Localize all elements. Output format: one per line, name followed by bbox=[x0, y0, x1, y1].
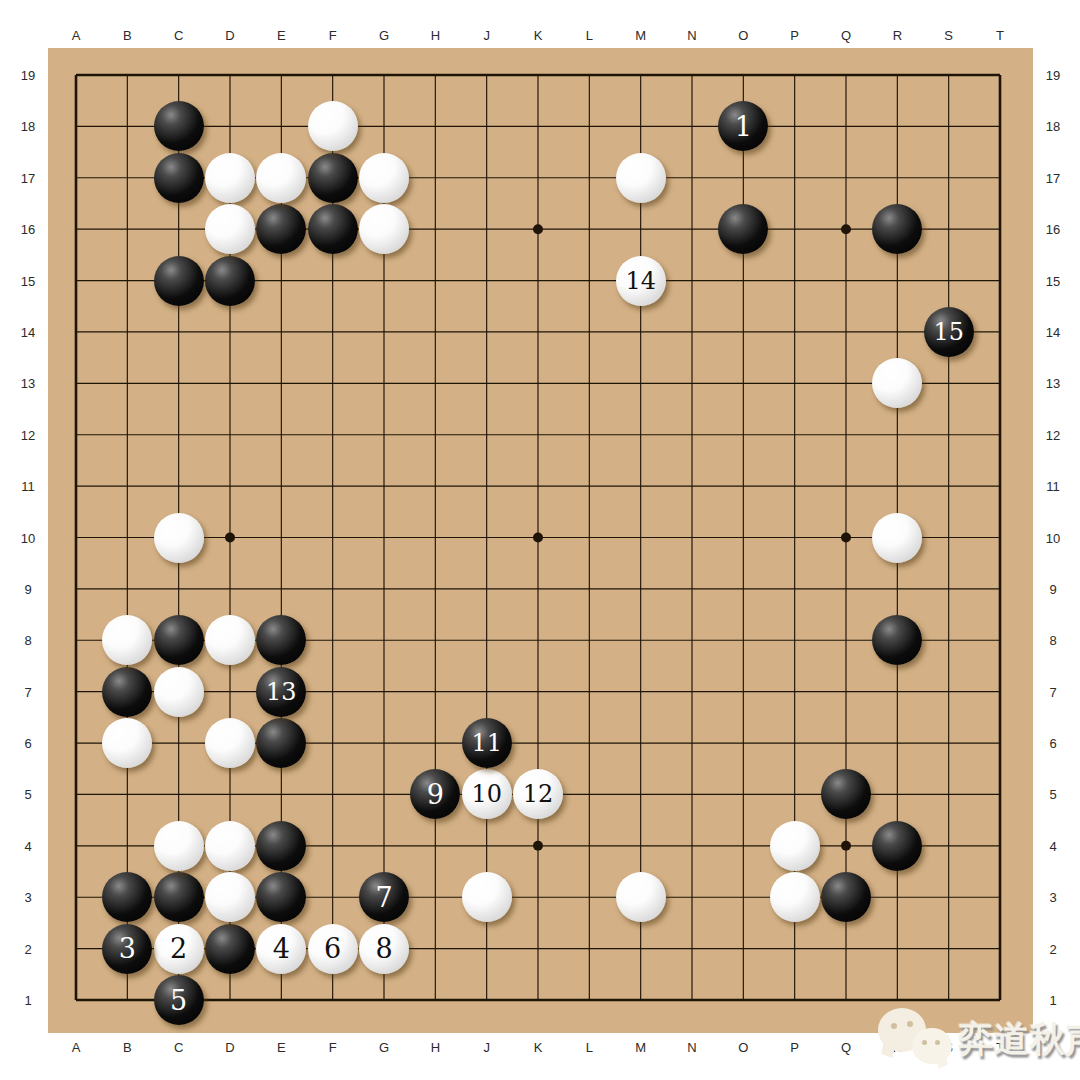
stone-white-F18 bbox=[308, 101, 358, 151]
move-number: 9 bbox=[427, 781, 444, 808]
col-label-bottom-M: M bbox=[635, 1041, 646, 1054]
watermark-text: 弈道秋声 bbox=[958, 1016, 1080, 1063]
row-label-right-10: 10 bbox=[1046, 531, 1060, 544]
stone-black-S14-move-15: 15 bbox=[924, 307, 974, 357]
col-label-top-G: G bbox=[379, 29, 389, 42]
stone-white-J5-move-10: 10 bbox=[462, 769, 512, 819]
col-label-top-T: T bbox=[996, 29, 1004, 42]
move-number: 5 bbox=[170, 987, 187, 1014]
stone-black-R4 bbox=[872, 821, 922, 871]
col-label-top-E: E bbox=[277, 29, 286, 42]
stone-black-C1-move-5: 5 bbox=[154, 975, 204, 1025]
stone-black-C15 bbox=[154, 256, 204, 306]
col-label-top-S: S bbox=[944, 29, 953, 42]
row-label-left-16: 16 bbox=[21, 223, 35, 236]
stone-white-E17 bbox=[256, 153, 306, 203]
stone-white-D4 bbox=[205, 821, 255, 871]
row-label-left-7: 7 bbox=[24, 685, 31, 698]
row-label-left-6: 6 bbox=[24, 737, 31, 750]
row-label-right-6: 6 bbox=[1049, 737, 1056, 750]
stone-white-E2-move-4: 4 bbox=[256, 924, 306, 974]
move-number: 7 bbox=[375, 884, 392, 911]
col-label-top-K: K bbox=[534, 29, 543, 42]
stone-black-C18 bbox=[154, 101, 204, 151]
stone-white-D8 bbox=[205, 615, 255, 665]
move-number: 4 bbox=[273, 935, 290, 962]
stone-white-R10 bbox=[872, 513, 922, 563]
chat-bubble-small bbox=[912, 1028, 952, 1064]
stone-white-D3 bbox=[205, 872, 255, 922]
wechat-icon bbox=[872, 1002, 956, 1076]
col-label-top-J: J bbox=[483, 29, 490, 42]
col-label-bottom-L: L bbox=[586, 1041, 593, 1054]
stone-black-D2 bbox=[205, 924, 255, 974]
row-label-left-4: 4 bbox=[24, 839, 31, 852]
col-label-bottom-B: B bbox=[123, 1041, 132, 1054]
col-label-bottom-A: A bbox=[72, 1041, 81, 1054]
row-label-right-9: 9 bbox=[1049, 582, 1056, 595]
stone-white-C10 bbox=[154, 513, 204, 563]
stone-black-F16 bbox=[308, 204, 358, 254]
stone-white-M3 bbox=[616, 872, 666, 922]
col-label-bottom-F: F bbox=[329, 1041, 337, 1054]
row-label-right-5: 5 bbox=[1049, 788, 1056, 801]
stone-white-C2-move-2: 2 bbox=[154, 924, 204, 974]
col-label-bottom-Q: Q bbox=[841, 1041, 851, 1054]
row-label-right-2: 2 bbox=[1049, 942, 1056, 955]
col-label-bottom-E: E bbox=[277, 1041, 286, 1054]
go-diagram: AABBCCDDEEFFGGHHJJKKLLMMNNOOPPQQRRSSTT19… bbox=[0, 0, 1080, 1080]
row-label-right-12: 12 bbox=[1046, 428, 1060, 441]
row-label-right-14: 14 bbox=[1046, 325, 1060, 338]
col-label-top-R: R bbox=[893, 29, 902, 42]
row-label-right-13: 13 bbox=[1046, 377, 1060, 390]
row-label-left-15: 15 bbox=[21, 274, 35, 287]
stone-white-P4 bbox=[770, 821, 820, 871]
col-label-top-H: H bbox=[431, 29, 440, 42]
move-number: 12 bbox=[523, 782, 554, 806]
col-label-top-O: O bbox=[738, 29, 748, 42]
col-label-top-F: F bbox=[329, 29, 337, 42]
stone-black-J6-move-11: 11 bbox=[462, 718, 512, 768]
col-label-bottom-C: C bbox=[174, 1041, 183, 1054]
col-label-top-A: A bbox=[72, 29, 81, 42]
row-label-left-19: 19 bbox=[21, 69, 35, 82]
col-label-bottom-H: H bbox=[431, 1041, 440, 1054]
col-label-top-N: N bbox=[687, 29, 696, 42]
row-label-right-7: 7 bbox=[1049, 685, 1056, 698]
row-label-right-3: 3 bbox=[1049, 891, 1056, 904]
row-label-left-2: 2 bbox=[24, 942, 31, 955]
col-label-bottom-K: K bbox=[534, 1041, 543, 1054]
stone-black-Q3 bbox=[821, 872, 871, 922]
row-label-left-3: 3 bbox=[24, 891, 31, 904]
col-label-top-L: L bbox=[586, 29, 593, 42]
stone-black-C8 bbox=[154, 615, 204, 665]
col-label-bottom-O: O bbox=[738, 1041, 748, 1054]
stone-white-C7 bbox=[154, 667, 204, 717]
row-label-left-18: 18 bbox=[21, 120, 35, 133]
col-label-bottom-D: D bbox=[225, 1041, 234, 1054]
stone-black-B7 bbox=[102, 667, 152, 717]
row-label-right-4: 4 bbox=[1049, 839, 1056, 852]
row-label-right-18: 18 bbox=[1046, 120, 1060, 133]
stone-white-G16 bbox=[359, 204, 409, 254]
stone-white-D17 bbox=[205, 153, 255, 203]
row-label-left-13: 13 bbox=[21, 377, 35, 390]
stone-white-M17 bbox=[616, 153, 666, 203]
col-label-bottom-P: P bbox=[790, 1041, 799, 1054]
row-label-left-12: 12 bbox=[21, 428, 35, 441]
stone-black-B2-move-3: 3 bbox=[102, 924, 152, 974]
stone-white-D16 bbox=[205, 204, 255, 254]
move-number: 2 bbox=[170, 935, 187, 962]
row-label-right-16: 16 bbox=[1046, 223, 1060, 236]
row-label-left-14: 14 bbox=[21, 325, 35, 338]
col-label-top-B: B bbox=[123, 29, 132, 42]
row-label-right-19: 19 bbox=[1046, 69, 1060, 82]
stone-black-C3 bbox=[154, 872, 204, 922]
stone-black-G3-move-7: 7 bbox=[359, 872, 409, 922]
move-number: 8 bbox=[375, 935, 392, 962]
stone-black-D15 bbox=[205, 256, 255, 306]
stone-white-G17 bbox=[359, 153, 409, 203]
stone-white-J3 bbox=[462, 872, 512, 922]
row-label-right-15: 15 bbox=[1046, 274, 1060, 287]
stone-black-C17 bbox=[154, 153, 204, 203]
col-label-top-P: P bbox=[790, 29, 799, 42]
col-label-top-D: D bbox=[225, 29, 234, 42]
move-number: 3 bbox=[119, 935, 136, 962]
stone-white-F2-move-6: 6 bbox=[308, 924, 358, 974]
move-number: 11 bbox=[471, 731, 502, 755]
row-label-right-11: 11 bbox=[1046, 480, 1060, 493]
stone-black-E4 bbox=[256, 821, 306, 871]
col-label-bottom-N: N bbox=[687, 1041, 696, 1054]
stone-white-P3 bbox=[770, 872, 820, 922]
row-label-right-8: 8 bbox=[1049, 634, 1056, 647]
move-number: 10 bbox=[471, 782, 502, 806]
row-label-left-1: 1 bbox=[24, 994, 31, 1007]
col-label-bottom-J: J bbox=[483, 1041, 490, 1054]
row-label-left-11: 11 bbox=[21, 480, 35, 493]
stone-black-E7-move-13: 13 bbox=[256, 667, 306, 717]
row-label-left-8: 8 bbox=[24, 634, 31, 647]
row-label-left-5: 5 bbox=[24, 788, 31, 801]
row-label-left-17: 17 bbox=[21, 171, 35, 184]
move-number: 6 bbox=[324, 935, 341, 962]
stone-white-G2-move-8: 8 bbox=[359, 924, 409, 974]
col-label-top-C: C bbox=[174, 29, 183, 42]
stone-white-M15-move-14: 14 bbox=[616, 256, 666, 306]
move-number: 14 bbox=[625, 269, 656, 293]
stone-white-D6 bbox=[205, 718, 255, 768]
col-label-bottom-G: G bbox=[379, 1041, 389, 1054]
stone-white-C4 bbox=[154, 821, 204, 871]
move-number: 1 bbox=[735, 113, 752, 140]
col-label-top-M: M bbox=[635, 29, 646, 42]
row-label-left-10: 10 bbox=[21, 531, 35, 544]
row-label-left-9: 9 bbox=[24, 582, 31, 595]
col-label-top-Q: Q bbox=[841, 29, 851, 42]
watermark: 弈道秋声 bbox=[872, 1000, 1078, 1078]
row-label-right-17: 17 bbox=[1046, 171, 1060, 184]
move-number: 15 bbox=[933, 320, 964, 344]
move-number: 13 bbox=[266, 680, 297, 704]
stone-black-F17 bbox=[308, 153, 358, 203]
